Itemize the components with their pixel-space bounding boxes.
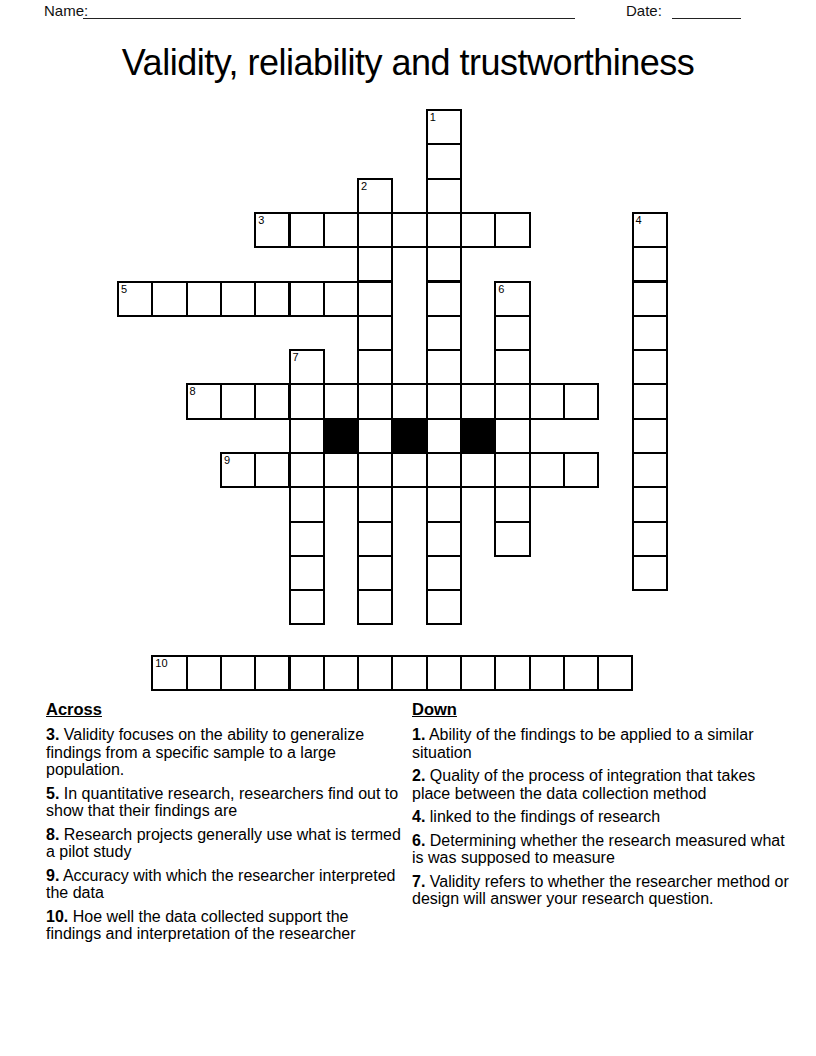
crossword-cell[interactable]: 3 bbox=[254, 212, 290, 248]
crossword-cell[interactable] bbox=[460, 655, 496, 691]
crossword-cell[interactable] bbox=[426, 212, 462, 248]
crossword-cell[interactable] bbox=[632, 521, 668, 557]
crossword-cell[interactable] bbox=[632, 452, 668, 488]
crossword-cell[interactable] bbox=[357, 452, 393, 488]
crossword-cell[interactable]: 2 bbox=[357, 178, 393, 214]
crossword-cell[interactable] bbox=[426, 589, 462, 625]
crossword-cell[interactable] bbox=[529, 655, 565, 691]
crossword-cell[interactable] bbox=[323, 212, 359, 248]
crossword-cell[interactable] bbox=[632, 555, 668, 591]
crossword-cell[interactable] bbox=[494, 486, 530, 522]
crossword-cell[interactable] bbox=[357, 246, 393, 282]
crossword-cell[interactable] bbox=[426, 555, 462, 591]
crossword-cell[interactable] bbox=[289, 486, 325, 522]
crossword-cell[interactable] bbox=[632, 486, 668, 522]
crossword-cell[interactable] bbox=[254, 655, 290, 691]
clue-down-6: 6. Determining whether the research meas… bbox=[412, 832, 790, 867]
crossword-cell[interactable] bbox=[323, 452, 359, 488]
clue-number-1: 1 bbox=[430, 111, 436, 123]
black-cell bbox=[460, 418, 496, 454]
crossword-cell[interactable] bbox=[289, 589, 325, 625]
crossword-cell[interactable] bbox=[563, 452, 599, 488]
crossword-cell[interactable]: 5 bbox=[117, 281, 153, 317]
crossword-cell[interactable] bbox=[323, 281, 359, 317]
crossword-cell[interactable]: 10 bbox=[151, 655, 187, 691]
crossword-cell[interactable] bbox=[289, 655, 325, 691]
name-label: Name: bbox=[44, 2, 88, 19]
clue-number-6: 6 bbox=[498, 283, 504, 295]
crossword-cell[interactable] bbox=[426, 178, 462, 214]
down-clue-list: 1. Ability of the findings to be applied… bbox=[412, 726, 790, 908]
black-cell bbox=[323, 418, 359, 454]
crossword-cell[interactable] bbox=[289, 212, 325, 248]
crossword-cell[interactable] bbox=[289, 383, 325, 419]
crossword-cell[interactable] bbox=[323, 383, 359, 419]
crossword-cell[interactable] bbox=[186, 655, 222, 691]
crossword-cell[interactable] bbox=[426, 486, 462, 522]
crossword-cell[interactable] bbox=[357, 555, 393, 591]
crossword-cell[interactable] bbox=[460, 212, 496, 248]
crossword-cell[interactable] bbox=[391, 452, 427, 488]
crossword-cell[interactable] bbox=[254, 281, 290, 317]
crossword-cell[interactable] bbox=[254, 383, 290, 419]
clue-number-2: 2 bbox=[361, 180, 367, 192]
crossword-cell[interactable] bbox=[494, 315, 530, 351]
crossword-cell[interactable] bbox=[426, 143, 462, 179]
crossword-cell[interactable] bbox=[289, 521, 325, 557]
crossword-cell[interactable] bbox=[151, 281, 187, 317]
crossword-cell[interactable] bbox=[220, 383, 256, 419]
crossword-cell[interactable] bbox=[220, 655, 256, 691]
crossword-cell[interactable] bbox=[357, 383, 393, 419]
crossword-grid: 12345678910 bbox=[117, 109, 669, 694]
crossword-cell[interactable] bbox=[357, 349, 393, 385]
date-blank-line[interactable] bbox=[672, 0, 741, 19]
crossword-cell[interactable]: 8 bbox=[186, 383, 222, 419]
date-label: Date: bbox=[626, 2, 662, 19]
crossword-cell[interactable] bbox=[632, 315, 668, 351]
crossword-cell[interactable] bbox=[323, 655, 359, 691]
crossword-cell[interactable] bbox=[632, 349, 668, 385]
crossword-cell[interactable] bbox=[426, 383, 462, 419]
crossword-cell[interactable] bbox=[289, 418, 325, 454]
crossword-cell[interactable] bbox=[494, 452, 530, 488]
crossword-cell[interactable] bbox=[460, 383, 496, 419]
clue-number-8: 8 bbox=[190, 385, 196, 397]
crossword-cell[interactable]: 1 bbox=[426, 109, 462, 145]
crossword-cell[interactable]: 9 bbox=[220, 452, 256, 488]
crossword-cell[interactable] bbox=[426, 521, 462, 557]
clue-down-1: 1. Ability of the findings to be applied… bbox=[412, 726, 790, 761]
crossword-cell[interactable]: 7 bbox=[289, 349, 325, 385]
crossword-cell[interactable] bbox=[357, 655, 393, 691]
black-cell bbox=[391, 418, 427, 454]
crossword-cell[interactable] bbox=[391, 212, 427, 248]
clue-number-4: 4 bbox=[636, 214, 642, 226]
crossword-cell[interactable] bbox=[254, 452, 290, 488]
crossword-cell[interactable] bbox=[529, 383, 565, 419]
crossword-cell[interactable] bbox=[220, 281, 256, 317]
crossword-cell[interactable] bbox=[632, 281, 668, 317]
crossword-cell[interactable] bbox=[426, 452, 462, 488]
crossword-cell[interactable] bbox=[357, 212, 393, 248]
crossword-cell[interactable] bbox=[597, 655, 633, 691]
crossword-cell[interactable] bbox=[632, 418, 668, 454]
clue-across-5: 5. In quantitative research, researchers… bbox=[46, 785, 404, 820]
crossword-cell[interactable]: 4 bbox=[632, 212, 668, 248]
crossword-cell[interactable] bbox=[357, 315, 393, 351]
clue-number-10: 10 bbox=[155, 657, 167, 669]
crossword-cell[interactable] bbox=[426, 315, 462, 351]
crossword-cell[interactable] bbox=[494, 349, 530, 385]
crossword-cell[interactable] bbox=[494, 655, 530, 691]
crossword-cell[interactable] bbox=[563, 655, 599, 691]
crossword-cell[interactable] bbox=[426, 281, 462, 317]
clue-down-7: 7. Validity refers to whether the resear… bbox=[412, 873, 790, 908]
clue-number-9: 9 bbox=[224, 454, 230, 466]
crossword-cell[interactable] bbox=[391, 383, 427, 419]
name-blank-line[interactable] bbox=[83, 0, 575, 19]
crossword-cell[interactable] bbox=[632, 246, 668, 282]
puzzle-title: Validity, reliability and trustworthines… bbox=[0, 42, 816, 84]
clue-across-3: 3. Validity focuses on the ability to ge… bbox=[46, 726, 404, 779]
clue-across-8: 8. Research projects generally use what … bbox=[46, 826, 404, 861]
crossword-cell[interactable] bbox=[426, 418, 462, 454]
crossword-cell[interactable] bbox=[426, 246, 462, 282]
clue-down-2: 2. Quality of the process of integration… bbox=[412, 767, 790, 802]
clue-number-3: 3 bbox=[258, 214, 264, 226]
crossword-cell[interactable] bbox=[357, 486, 393, 522]
crossword-cell[interactable] bbox=[494, 212, 530, 248]
crossword-cell[interactable] bbox=[426, 655, 462, 691]
clue-across-9: 9. Accuracy with which the researcher in… bbox=[46, 867, 404, 902]
crossword-cell[interactable] bbox=[494, 521, 530, 557]
crossword-cell[interactable] bbox=[391, 655, 427, 691]
across-clue-list: 3. Validity focuses on the ability to ge… bbox=[46, 726, 404, 943]
down-header: Down bbox=[412, 700, 790, 719]
crossword-cell[interactable] bbox=[494, 418, 530, 454]
crossword-cell[interactable]: 6 bbox=[494, 281, 530, 317]
crossword-cell[interactable] bbox=[289, 555, 325, 591]
clue-number-7: 7 bbox=[293, 351, 299, 363]
across-clues-section: Across 3. Validity focuses on the abilit… bbox=[46, 700, 404, 949]
crossword-cell[interactable] bbox=[494, 383, 530, 419]
crossword-cell[interactable] bbox=[563, 383, 599, 419]
crossword-cell[interactable] bbox=[186, 281, 222, 317]
crossword-cell[interactable] bbox=[357, 281, 393, 317]
crossword-cell[interactable] bbox=[357, 521, 393, 557]
crossword-cell[interactable] bbox=[289, 281, 325, 317]
clue-across-10: 10. Hoe well the data collected support … bbox=[46, 908, 404, 943]
crossword-cell[interactable] bbox=[632, 383, 668, 419]
crossword-cell[interactable] bbox=[357, 589, 393, 625]
clue-down-4: 4. linked to the findings of research bbox=[412, 808, 790, 826]
crossword-cell[interactable] bbox=[529, 452, 565, 488]
crossword-cell[interactable] bbox=[460, 452, 496, 488]
across-header: Across bbox=[46, 700, 404, 719]
down-clues-section: Down 1. Ability of the findings to be ap… bbox=[412, 700, 790, 914]
clue-number-5: 5 bbox=[121, 283, 127, 295]
crossword-cell[interactable] bbox=[357, 418, 393, 454]
crossword-cell[interactable] bbox=[426, 349, 462, 385]
crossword-cell[interactable] bbox=[289, 452, 325, 488]
